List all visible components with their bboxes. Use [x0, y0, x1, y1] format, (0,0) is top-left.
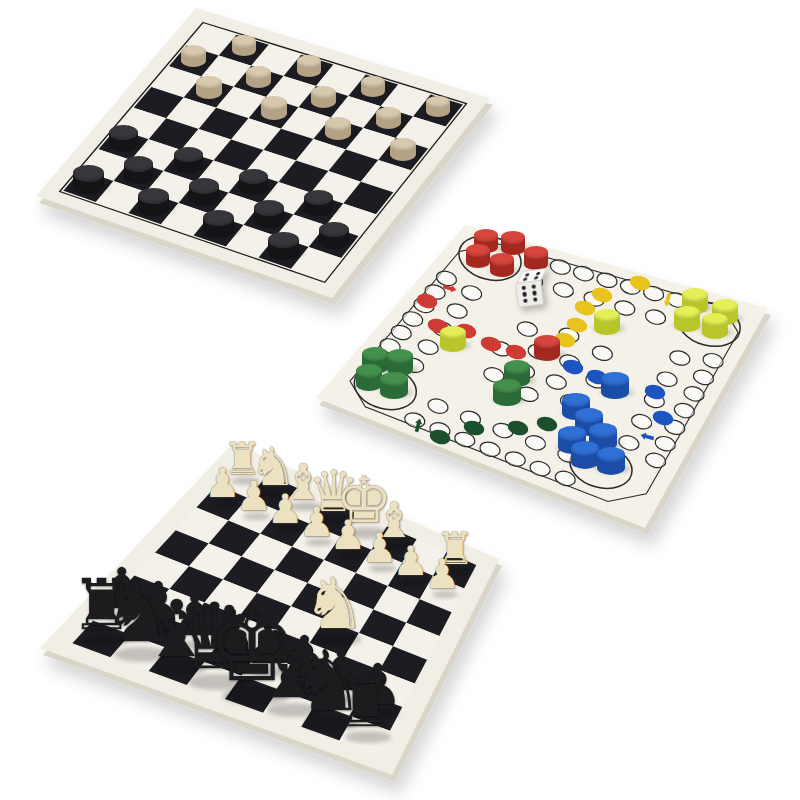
chess-board [40, 443, 502, 782]
boards-layer [0, 0, 800, 800]
ludo-board [316, 225, 771, 535]
game-set-photo: ♜♞♟♝♟♛♟♚♟♝♟♟♜♟♟♟♟♞♜♟♞♟♝♟♛♟♚♟♝♟♞♜ [0, 0, 800, 800]
checkers-board [36, 8, 493, 305]
